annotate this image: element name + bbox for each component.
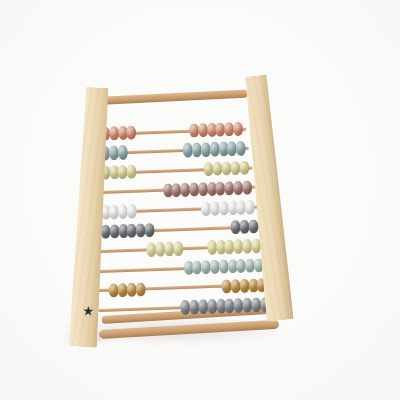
bead-group-left xyxy=(100,223,155,239)
bead-group-right xyxy=(204,161,250,177)
abacus-bead-pale-lime[interactable] xyxy=(239,161,250,176)
abacus-row-10 xyxy=(101,297,271,318)
abacus-bead-white[interactable] xyxy=(127,204,138,219)
bead-group-right xyxy=(189,122,244,138)
bead-group-right xyxy=(163,180,253,198)
bead-group-left xyxy=(100,204,137,220)
abacus-bead-white[interactable] xyxy=(245,200,256,215)
bead-group-right xyxy=(183,258,264,275)
abacus-bead-mustard[interactable] xyxy=(135,282,146,297)
abacus-bead-charcoal[interactable] xyxy=(144,223,155,238)
abacus-row-7 xyxy=(100,238,261,259)
abacus: ★ xyxy=(53,69,313,358)
abacus-bead-pale-yellow[interactable] xyxy=(251,239,262,254)
abacus-row-4 xyxy=(100,180,252,200)
abacus-row-1 xyxy=(100,121,243,141)
abacus-row-8 xyxy=(101,258,265,279)
abacus-row-2 xyxy=(100,141,246,161)
bead-group-right xyxy=(221,278,267,294)
bead-group-left xyxy=(146,241,183,257)
abacus-bead-coral[interactable] xyxy=(126,125,137,140)
bead-group-left xyxy=(109,282,146,298)
bead-group-right xyxy=(180,297,270,315)
abacus-bead-steel-blue[interactable] xyxy=(118,145,129,160)
abacus-bead-charcoal[interactable] xyxy=(248,219,259,234)
product-photo-scene: ★ xyxy=(0,0,400,400)
bead-group-right xyxy=(230,219,258,235)
abacus-row-5 xyxy=(100,199,255,219)
abacus-bead-terracotta[interactable] xyxy=(242,180,253,195)
abacus-bead-coral[interactable] xyxy=(233,122,244,137)
abacus-row-6 xyxy=(100,219,258,239)
abacus-bead-steel-blue[interactable] xyxy=(236,141,247,156)
brand-star-logo: ★ xyxy=(82,304,94,317)
bead-group-right xyxy=(207,239,262,255)
abacus-bead-pale-lime[interactable] xyxy=(127,164,138,179)
abacus-bead-pale-yellow[interactable] xyxy=(173,241,184,256)
bead-group-right xyxy=(201,200,256,216)
bead-group-right xyxy=(183,141,246,158)
abacus-row-9 xyxy=(101,277,268,298)
abacus-row-3 xyxy=(100,160,249,180)
bead-group-left xyxy=(100,164,137,180)
